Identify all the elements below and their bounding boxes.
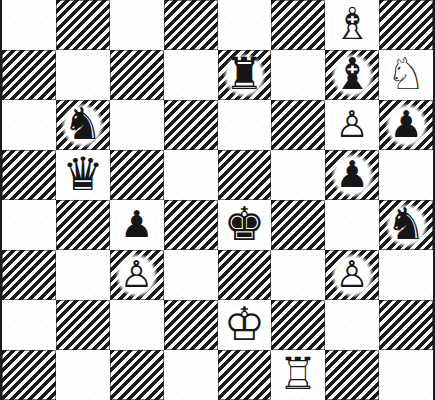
piece-white-pawn: ♙ — [336, 256, 369, 293]
square-d2 — [164, 300, 218, 350]
square-d3 — [164, 250, 218, 300]
square-b7 — [56, 50, 110, 100]
square-h5 — [379, 150, 433, 200]
square-g5: ♟ — [325, 150, 379, 200]
square-h8 — [379, 0, 433, 50]
square-c4: ♟ — [110, 200, 164, 250]
square-e4: ♚ — [218, 200, 272, 250]
square-f3 — [271, 250, 325, 300]
square-g8: ♗ — [325, 0, 379, 50]
piece-black-pawn: ♟ — [336, 156, 369, 193]
square-c3: ♙ — [110, 250, 164, 300]
piece-white-pawn: ♙ — [120, 256, 153, 293]
square-b2 — [56, 300, 110, 350]
square-g7: ♝ — [325, 50, 379, 100]
piece-black-rook: ♜ — [225, 52, 264, 96]
square-b5: ♛ — [56, 150, 110, 200]
square-h3 — [379, 250, 433, 300]
square-e2: ♔ — [218, 300, 272, 350]
square-g1 — [325, 350, 379, 400]
square-c8 — [110, 0, 164, 50]
square-a2 — [2, 300, 56, 350]
piece-white-rook: ♖ — [279, 352, 318, 396]
square-f8 — [271, 0, 325, 50]
square-h4: ♞ — [379, 200, 433, 250]
piece-white-bishop: ♗ — [332, 2, 371, 46]
square-a6 — [2, 100, 56, 150]
chess-board: ♗♜♝♘♞♙♟♛♟♟♚♞♙♙♔♖ — [0, 0, 435, 400]
square-c5 — [110, 150, 164, 200]
square-d6 — [164, 100, 218, 150]
piece-black-king: ♚ — [224, 201, 265, 247]
square-e7: ♜ — [218, 50, 272, 100]
square-g4 — [325, 200, 379, 250]
square-c1 — [110, 350, 164, 400]
piece-black-queen: ♛ — [62, 151, 103, 197]
square-a8 — [2, 0, 56, 50]
square-g2 — [325, 300, 379, 350]
piece-black-knight: ♞ — [386, 202, 425, 246]
square-b1 — [56, 350, 110, 400]
square-f2 — [271, 300, 325, 350]
square-a1 — [2, 350, 56, 400]
piece-black-pawn: ♟ — [389, 106, 422, 143]
square-b4 — [56, 200, 110, 250]
square-e3 — [218, 250, 272, 300]
piece-white-king: ♔ — [224, 301, 265, 347]
square-f5 — [271, 150, 325, 200]
square-f1: ♖ — [271, 350, 325, 400]
square-c6 — [110, 100, 164, 150]
square-g6: ♙ — [325, 100, 379, 150]
piece-black-pawn: ♟ — [120, 206, 153, 243]
piece-white-knight: ♘ — [386, 52, 425, 96]
square-c7 — [110, 50, 164, 100]
square-e8 — [218, 0, 272, 50]
square-a4 — [2, 200, 56, 250]
square-f7 — [271, 50, 325, 100]
square-h2 — [379, 300, 433, 350]
square-a7 — [2, 50, 56, 100]
square-f6 — [271, 100, 325, 150]
square-c2 — [110, 300, 164, 350]
square-e5 — [218, 150, 272, 200]
square-b6: ♞ — [56, 100, 110, 150]
square-e1 — [218, 350, 272, 400]
square-h1 — [379, 350, 433, 400]
square-d4 — [164, 200, 218, 250]
square-d1 — [164, 350, 218, 400]
square-a3 — [2, 250, 56, 300]
square-h6: ♟ — [379, 100, 433, 150]
square-f4 — [271, 200, 325, 250]
square-h7: ♘ — [379, 50, 433, 100]
piece-white-pawn: ♙ — [336, 106, 369, 143]
square-e6 — [218, 100, 272, 150]
square-a5 — [2, 150, 56, 200]
piece-black-bishop: ♝ — [332, 52, 371, 96]
square-d8 — [164, 0, 218, 50]
piece-black-knight: ♞ — [63, 102, 102, 146]
square-d5 — [164, 150, 218, 200]
square-b3 — [56, 250, 110, 300]
square-g3: ♙ — [325, 250, 379, 300]
square-b8 — [56, 0, 110, 50]
square-d7 — [164, 50, 218, 100]
